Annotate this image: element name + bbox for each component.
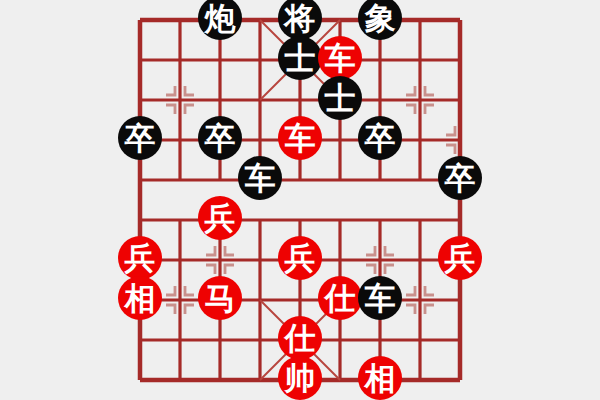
- piece-black-chariot[interactable]: 车: [358, 276, 402, 320]
- piece-red-pawn[interactable]: 兵: [118, 236, 162, 280]
- piece-layer: 炮将象士车士卒卒车卒车卒兵兵兵兵相马仕车仕帅相: [0, 0, 600, 400]
- piece-red-chariot[interactable]: 车: [278, 116, 322, 160]
- piece-black-pawn[interactable]: 卒: [198, 116, 242, 160]
- piece-red-pawn[interactable]: 兵: [278, 236, 322, 280]
- piece-red-horse[interactable]: 马: [198, 276, 242, 320]
- xiangqi-board[interactable]: 炮将象士车士卒卒车卒车卒兵兵兵兵相马仕车仕帅相: [0, 0, 600, 400]
- piece-red-advisor[interactable]: 仕: [318, 276, 362, 320]
- piece-black-pawn[interactable]: 卒: [358, 116, 402, 160]
- piece-black-general[interactable]: 将: [278, 0, 322, 40]
- piece-red-pawn[interactable]: 兵: [438, 236, 482, 280]
- piece-black-pawn[interactable]: 卒: [438, 156, 482, 200]
- piece-black-pawn[interactable]: 卒: [118, 116, 162, 160]
- piece-red-pawn[interactable]: 兵: [198, 196, 242, 240]
- piece-red-chariot[interactable]: 车: [318, 36, 362, 80]
- piece-red-general[interactable]: 帅: [278, 356, 322, 400]
- piece-black-advisor[interactable]: 士: [278, 36, 322, 80]
- piece-black-elephant[interactable]: 象: [358, 0, 402, 40]
- piece-black-chariot[interactable]: 车: [238, 156, 282, 200]
- piece-red-elephant[interactable]: 相: [358, 356, 402, 400]
- piece-red-elephant[interactable]: 相: [118, 276, 162, 320]
- piece-black-cannon[interactable]: 炮: [198, 0, 242, 40]
- piece-black-advisor[interactable]: 士: [318, 76, 362, 120]
- piece-red-advisor[interactable]: 仕: [278, 316, 322, 360]
